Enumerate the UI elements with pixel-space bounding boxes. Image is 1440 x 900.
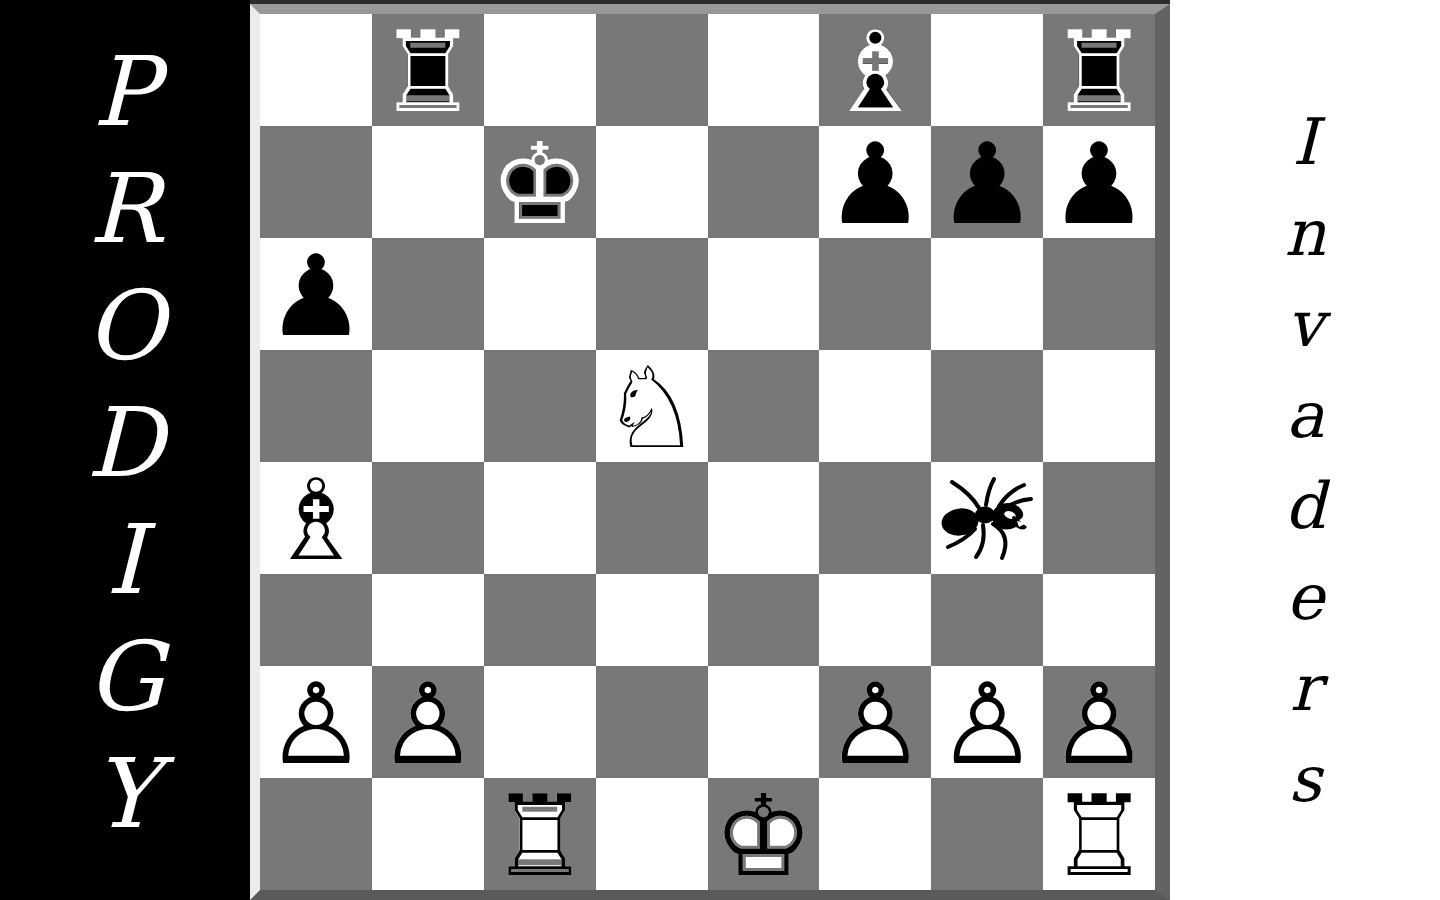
square-c4[interactable] (484, 462, 596, 574)
square-g1[interactable] (931, 778, 1043, 890)
square-b4[interactable] (372, 462, 484, 574)
piece-black-rook[interactable]: ♜♖ (378, 16, 478, 128)
piece-white-pawn[interactable]: ♟♙ (937, 668, 1037, 780)
right-banner: Invaders (1170, 0, 1440, 900)
wallpaper: PRODIGY ♜♖♝♗♜♖♚♔♟♟♟♟♞♘♝♗♟♙♟♙♟♙♟♙♟♙♜♖♚♔♜♖… (0, 0, 1440, 900)
square-e2[interactable] (708, 666, 820, 778)
square-b3[interactable] (372, 574, 484, 666)
right-banner-letter-n: n (1170, 188, 1440, 279)
square-g6[interactable] (931, 238, 1043, 350)
left-banner-letter-i: I (0, 502, 250, 619)
square-d6[interactable] (596, 238, 708, 350)
square-h6[interactable] (1043, 238, 1155, 350)
square-c6[interactable] (484, 238, 596, 350)
piece-white-rook[interactable]: ♜♖ (489, 780, 589, 892)
square-a4[interactable]: ♝♗ (260, 462, 372, 574)
right-banner-letter-s: s (1170, 734, 1440, 825)
square-f6[interactable] (819, 238, 931, 350)
square-h8[interactable]: ♜♖ (1043, 14, 1155, 126)
square-h2[interactable]: ♟♙ (1043, 666, 1155, 778)
square-d3[interactable] (596, 574, 708, 666)
square-e5[interactable] (708, 350, 820, 462)
board-bevel: ♜♖♝♗♜♖♚♔♟♟♟♟♞♘♝♗♟♙♟♙♟♙♟♙♟♙♜♖♚♔♜♖ (250, 4, 1170, 900)
square-d2[interactable] (596, 666, 708, 778)
square-a5[interactable] (260, 350, 372, 462)
right-banner-letter-a: a (1170, 370, 1440, 461)
square-b8[interactable]: ♜♖ (372, 14, 484, 126)
square-a7[interactable] (260, 126, 372, 238)
square-h3[interactable] (1043, 574, 1155, 666)
right-banner-letter-i: I (1170, 97, 1440, 188)
square-d1[interactable] (596, 778, 708, 890)
square-e4[interactable] (708, 462, 820, 574)
piece-white-bishop[interactable]: ♝♗ (266, 464, 366, 576)
square-d5[interactable]: ♞♘ (596, 350, 708, 462)
square-f3[interactable] (819, 574, 931, 666)
square-g5[interactable] (931, 350, 1043, 462)
piece-white-rook[interactable]: ♜♖ (1049, 780, 1149, 892)
square-e6[interactable] (708, 238, 820, 350)
square-h7[interactable]: ♟ (1043, 126, 1155, 238)
square-h4[interactable] (1043, 462, 1155, 574)
square-b7[interactable] (372, 126, 484, 238)
square-e7[interactable] (708, 126, 820, 238)
square-b1[interactable] (372, 778, 484, 890)
piece-black-bishop[interactable]: ♝♗ (825, 16, 925, 128)
square-b5[interactable] (372, 350, 484, 462)
square-g8[interactable] (931, 14, 1043, 126)
left-banner-letter-o: O (0, 268, 250, 385)
left-banner-letter-r: R (0, 151, 250, 268)
piece-white-king[interactable]: ♚♔ (713, 780, 813, 892)
square-h1[interactable]: ♜♖ (1043, 778, 1155, 890)
square-c8[interactable] (484, 14, 596, 126)
piece-black-pawn[interactable]: ♟ (1049, 128, 1149, 240)
ant-icon[interactable] (935, 472, 1039, 564)
square-f7[interactable]: ♟ (819, 126, 931, 238)
square-a6[interactable]: ♟ (260, 238, 372, 350)
square-a1[interactable] (260, 778, 372, 890)
square-g7[interactable]: ♟ (931, 126, 1043, 238)
square-h5[interactable] (1043, 350, 1155, 462)
piece-white-pawn[interactable]: ♟♙ (825, 668, 925, 780)
square-g2[interactable]: ♟♙ (931, 666, 1043, 778)
piece-white-pawn[interactable]: ♟♙ (1049, 668, 1149, 780)
square-d7[interactable] (596, 126, 708, 238)
piece-black-pawn[interactable]: ♟ (266, 240, 366, 352)
piece-black-rook[interactable]: ♜♖ (1049, 16, 1149, 128)
square-g4[interactable] (931, 462, 1043, 574)
square-e8[interactable] (708, 14, 820, 126)
square-f4[interactable] (819, 462, 931, 574)
square-a2[interactable]: ♟♙ (260, 666, 372, 778)
square-f2[interactable]: ♟♙ (819, 666, 931, 778)
right-banner-letter-d: d (1170, 461, 1440, 552)
square-a3[interactable] (260, 574, 372, 666)
right-banner-letter-e: e (1170, 552, 1440, 643)
square-d8[interactable] (596, 14, 708, 126)
piece-white-pawn[interactable]: ♟♙ (378, 668, 478, 780)
square-g3[interactable] (931, 574, 1043, 666)
piece-black-pawn[interactable]: ♟ (937, 128, 1037, 240)
chess-board: ♜♖♝♗♜♖♚♔♟♟♟♟♞♘♝♗♟♙♟♙♟♙♟♙♟♙♜♖♚♔♜♖ (250, 0, 1170, 900)
square-f1[interactable] (819, 778, 931, 890)
right-banner-letter-v: v (1170, 279, 1440, 370)
piece-white-knight[interactable]: ♞♘ (601, 352, 701, 464)
square-c3[interactable] (484, 574, 596, 666)
square-f8[interactable]: ♝♗ (819, 14, 931, 126)
square-f5[interactable] (819, 350, 931, 462)
square-b2[interactable]: ♟♙ (372, 666, 484, 778)
left-banner-letter-g: G (0, 619, 250, 736)
left-banner: PRODIGY (0, 0, 250, 900)
square-c7[interactable]: ♚♔ (484, 126, 596, 238)
left-banner-letter-d: D (0, 385, 250, 502)
square-c1[interactable]: ♜♖ (484, 778, 596, 890)
square-d4[interactable] (596, 462, 708, 574)
square-c5[interactable] (484, 350, 596, 462)
piece-black-king[interactable]: ♚♔ (489, 128, 589, 240)
square-c2[interactable] (484, 666, 596, 778)
square-e3[interactable] (708, 574, 820, 666)
piece-white-pawn[interactable]: ♟♙ (266, 668, 366, 780)
right-banner-letter-r: r (1170, 643, 1440, 734)
square-e1[interactable]: ♚♔ (708, 778, 820, 890)
square-b6[interactable] (372, 238, 484, 350)
square-a8[interactable] (260, 14, 372, 126)
left-banner-letter-y: Y (0, 736, 250, 853)
left-banner-letter-p: P (0, 34, 250, 151)
board-grid: ♜♖♝♗♜♖♚♔♟♟♟♟♞♘♝♗♟♙♟♙♟♙♟♙♟♙♜♖♚♔♜♖ (260, 14, 1155, 890)
piece-black-pawn[interactable]: ♟ (825, 128, 925, 240)
